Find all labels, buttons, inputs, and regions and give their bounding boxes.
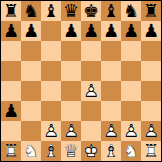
square-f8[interactable]: ♝ <box>101 1 121 21</box>
square-g2[interactable]: ♟♙ <box>121 121 141 141</box>
piece-white-rook-a1[interactable]: ♜♖ <box>1 141 21 161</box>
black-bishop-icon: ♝ <box>101 1 121 21</box>
square-f6[interactable] <box>101 41 121 61</box>
square-d5[interactable] <box>61 61 81 81</box>
piece-black-pawn-f7[interactable]: ♟ <box>101 21 121 41</box>
square-c1[interactable]: ♝♗ <box>41 141 61 161</box>
square-e6[interactable] <box>81 41 101 61</box>
square-d4[interactable] <box>61 81 81 101</box>
piece-black-rook-a8[interactable]: ♜ <box>1 1 21 21</box>
piece-white-pawn-e4[interactable]: ♟♙ <box>81 81 101 101</box>
chess-board: ♜♞♝♛♚♝♞♜♟♟♟♟♟♟♟♟♙♟♟♙♟♙♟♙♟♙♟♙♜♖♞♘♝♗♛♕♚♔♝♗… <box>0 0 162 162</box>
white-bishop-outline-icon: ♗ <box>101 141 121 161</box>
square-h7[interactable]: ♟ <box>141 21 161 41</box>
square-h1[interactable]: ♜♖ <box>141 141 161 161</box>
square-g7[interactable]: ♟ <box>121 21 141 41</box>
piece-black-pawn-g7[interactable]: ♟ <box>121 21 141 41</box>
square-b5[interactable] <box>21 61 41 81</box>
piece-white-king-e1[interactable]: ♚♔ <box>81 141 101 161</box>
piece-white-rook-h1[interactable]: ♜♖ <box>141 141 161 161</box>
square-h4[interactable] <box>141 81 161 101</box>
square-d1[interactable]: ♛♕ <box>61 141 81 161</box>
piece-white-queen-d1[interactable]: ♛♕ <box>61 141 81 161</box>
square-h2[interactable]: ♟♙ <box>141 121 161 141</box>
piece-black-pawn-a7[interactable]: ♟ <box>1 21 21 41</box>
square-c8[interactable]: ♝ <box>41 1 61 21</box>
square-d2[interactable]: ♟♙ <box>61 121 81 141</box>
black-pawn-icon: ♟ <box>121 21 141 41</box>
square-f4[interactable] <box>101 81 121 101</box>
square-c6[interactable] <box>41 41 61 61</box>
black-pawn-icon: ♟ <box>21 21 41 41</box>
black-rook-icon: ♜ <box>1 1 21 21</box>
square-f3[interactable] <box>101 101 121 121</box>
square-e1[interactable]: ♚♔ <box>81 141 101 161</box>
square-g6[interactable] <box>121 41 141 61</box>
square-a8[interactable]: ♜ <box>1 1 21 21</box>
piece-black-pawn-a3[interactable]: ♟ <box>1 101 21 121</box>
square-d7[interactable]: ♟ <box>61 21 81 41</box>
black-pawn-icon: ♟ <box>1 21 21 41</box>
white-rook-outline-icon: ♖ <box>1 141 21 161</box>
square-b1[interactable]: ♞♘ <box>21 141 41 161</box>
square-a1[interactable]: ♜♖ <box>1 141 21 161</box>
square-g1[interactable]: ♞♘ <box>121 141 141 161</box>
square-d8[interactable]: ♛ <box>61 1 81 21</box>
black-pawn-icon: ♟ <box>81 21 101 41</box>
square-a5[interactable] <box>1 61 21 81</box>
white-knight-outline-icon: ♘ <box>121 141 141 161</box>
white-pawn-outline-icon: ♙ <box>41 121 61 141</box>
square-e2[interactable] <box>81 121 101 141</box>
piece-white-pawn-d2[interactable]: ♟♙ <box>61 121 81 141</box>
square-b4[interactable] <box>21 81 41 101</box>
piece-white-knight-b1[interactable]: ♞♘ <box>21 141 41 161</box>
white-bishop-outline-icon: ♗ <box>41 141 61 161</box>
square-h6[interactable] <box>141 41 161 61</box>
square-c4[interactable] <box>41 81 61 101</box>
piece-black-pawn-e7[interactable]: ♟ <box>81 21 101 41</box>
black-queen-icon: ♛ <box>61 1 81 21</box>
square-b6[interactable] <box>21 41 41 61</box>
black-pawn-icon: ♟ <box>101 21 121 41</box>
square-c5[interactable] <box>41 61 61 81</box>
square-d6[interactable] <box>61 41 81 61</box>
square-e3[interactable] <box>81 101 101 121</box>
black-rook-icon: ♜ <box>141 1 161 21</box>
black-bishop-icon: ♝ <box>41 1 61 21</box>
piece-white-bishop-c1[interactable]: ♝♗ <box>41 141 61 161</box>
piece-black-queen-d8[interactable]: ♛ <box>61 1 81 21</box>
piece-white-knight-g1[interactable]: ♞♘ <box>121 141 141 161</box>
piece-white-pawn-h2[interactable]: ♟♙ <box>141 121 161 141</box>
piece-black-rook-h8[interactable]: ♜ <box>141 1 161 21</box>
square-c2[interactable]: ♟♙ <box>41 121 61 141</box>
piece-black-king-e8[interactable]: ♚ <box>81 1 101 21</box>
square-h3[interactable] <box>141 101 161 121</box>
square-a6[interactable] <box>1 41 21 61</box>
piece-white-bishop-f1[interactable]: ♝♗ <box>101 141 121 161</box>
square-g4[interactable] <box>121 81 141 101</box>
piece-white-pawn-c2[interactable]: ♟♙ <box>41 121 61 141</box>
square-f2[interactable]: ♟♙ <box>101 121 121 141</box>
square-d3[interactable] <box>61 101 81 121</box>
white-king-outline-icon: ♔ <box>81 141 101 161</box>
black-king-icon: ♚ <box>81 1 101 21</box>
black-pawn-icon: ♟ <box>1 101 21 121</box>
square-c3[interactable] <box>41 101 61 121</box>
piece-white-pawn-g2[interactable]: ♟♙ <box>121 121 141 141</box>
white-rook-outline-icon: ♖ <box>141 141 161 161</box>
square-b8[interactable]: ♞ <box>21 1 41 21</box>
white-knight-outline-icon: ♘ <box>21 141 41 161</box>
piece-black-pawn-d7[interactable]: ♟ <box>61 21 81 41</box>
square-f5[interactable] <box>101 61 121 81</box>
white-queen-outline-icon: ♕ <box>61 141 81 161</box>
black-pawn-icon: ♟ <box>61 21 81 41</box>
square-a3[interactable]: ♟ <box>1 101 21 121</box>
square-f7[interactable]: ♟ <box>101 21 121 41</box>
piece-black-pawn-b7[interactable]: ♟ <box>21 21 41 41</box>
square-e8[interactable]: ♚ <box>81 1 101 21</box>
square-a2[interactable] <box>1 121 21 141</box>
piece-black-knight-b8[interactable]: ♞ <box>21 1 41 21</box>
square-g5[interactable] <box>121 61 141 81</box>
square-b3[interactable] <box>21 101 41 121</box>
square-e7[interactable]: ♟ <box>81 21 101 41</box>
black-knight-icon: ♞ <box>121 1 141 21</box>
square-b7[interactable]: ♟ <box>21 21 41 41</box>
square-h8[interactable]: ♜ <box>141 1 161 21</box>
piece-white-pawn-f2[interactable]: ♟♙ <box>101 121 121 141</box>
white-pawn-outline-icon: ♙ <box>121 121 141 141</box>
piece-black-pawn-h7[interactable]: ♟ <box>141 21 161 41</box>
white-pawn-outline-icon: ♙ <box>61 121 81 141</box>
white-pawn-outline-icon: ♙ <box>141 121 161 141</box>
piece-black-bishop-f8[interactable]: ♝ <box>101 1 121 21</box>
piece-black-knight-g8[interactable]: ♞ <box>121 1 141 21</box>
square-h5[interactable] <box>141 61 161 81</box>
square-a7[interactable]: ♟ <box>1 21 21 41</box>
square-a4[interactable] <box>1 81 21 101</box>
square-e4[interactable]: ♟♙ <box>81 81 101 101</box>
white-pawn-outline-icon: ♙ <box>101 121 121 141</box>
square-f1[interactable]: ♝♗ <box>101 141 121 161</box>
square-e5[interactable] <box>81 61 101 81</box>
white-pawn-outline-icon: ♙ <box>81 81 101 101</box>
square-b2[interactable] <box>21 121 41 141</box>
square-g3[interactable] <box>121 101 141 121</box>
black-knight-icon: ♞ <box>21 1 41 21</box>
square-c7[interactable] <box>41 21 61 41</box>
black-pawn-icon: ♟ <box>141 21 161 41</box>
piece-black-bishop-c8[interactable]: ♝ <box>41 1 61 21</box>
square-g8[interactable]: ♞ <box>121 1 141 21</box>
